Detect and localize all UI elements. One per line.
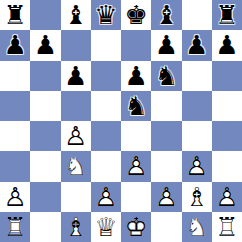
- square-g5[interactable]: [182, 91, 212, 121]
- square-c2[interactable]: [61, 182, 91, 212]
- square-d8[interactable]: ♛♛: [91, 0, 121, 30]
- square-b4[interactable]: [30, 121, 60, 151]
- square-d3[interactable]: [91, 151, 121, 181]
- piece-glyph: ♞: [124, 93, 147, 119]
- square-b6[interactable]: [30, 61, 60, 91]
- square-f8[interactable]: ♝♝: [151, 0, 181, 30]
- square-c3[interactable]: ♞♘: [61, 151, 91, 181]
- black-rook-h8[interactable]: ♜♜: [215, 2, 238, 28]
- white-queen-d1[interactable]: ♛♕: [94, 214, 117, 240]
- square-c6[interactable]: ♟♟: [61, 61, 91, 91]
- piece-glyph: ♛: [94, 2, 117, 28]
- square-e7[interactable]: [121, 30, 151, 60]
- square-c4[interactable]: ♟♙: [61, 121, 91, 151]
- black-pawn-e6[interactable]: ♟♟: [124, 63, 147, 89]
- square-a6[interactable]: [0, 61, 30, 91]
- piece-glyph: ♜: [215, 2, 238, 28]
- square-h5[interactable]: [212, 91, 242, 121]
- white-pawn-f2[interactable]: ♟♙: [155, 184, 178, 210]
- piece-glyph: ♙: [185, 153, 208, 179]
- square-h8[interactable]: ♜♜: [212, 0, 242, 30]
- square-g6[interactable]: [182, 61, 212, 91]
- piece-glyph: ♙: [215, 184, 238, 210]
- square-h4[interactable]: [212, 121, 242, 151]
- square-d7[interactable]: [91, 30, 121, 60]
- piece-glyph: ♝: [64, 2, 87, 28]
- black-knight-f6[interactable]: ♞♞: [155, 63, 178, 89]
- white-bishop-g2[interactable]: ♝♗: [185, 184, 208, 210]
- square-g2[interactable]: ♝♗: [182, 182, 212, 212]
- piece-glyph: ♜: [3, 2, 26, 28]
- square-d2[interactable]: ♟♙: [91, 182, 121, 212]
- square-e8[interactable]: ♚♚: [121, 0, 151, 30]
- white-knight-c3[interactable]: ♞♘: [64, 153, 87, 179]
- piece-glyph: ♙: [64, 123, 87, 149]
- square-d4[interactable]: [91, 121, 121, 151]
- black-king-e8[interactable]: ♚♚: [124, 2, 147, 28]
- square-g7[interactable]: ♟♟: [182, 30, 212, 60]
- square-f7[interactable]: ♟♟: [151, 30, 181, 60]
- white-pawn-g3[interactable]: ♟♙: [185, 153, 208, 179]
- square-h1[interactable]: ♜♖: [212, 212, 242, 242]
- square-h7[interactable]: ♟♟: [212, 30, 242, 60]
- white-rook-a1[interactable]: ♜♖: [3, 214, 26, 240]
- square-h3[interactable]: [212, 151, 242, 181]
- square-a1[interactable]: ♜♖: [0, 212, 30, 242]
- piece-glyph: ♙: [94, 184, 117, 210]
- piece-glyph: ♟: [3, 32, 26, 58]
- white-bishop-c1[interactable]: ♝♗: [64, 214, 87, 240]
- square-a7[interactable]: ♟♟: [0, 30, 30, 60]
- square-f4[interactable]: [151, 121, 181, 151]
- black-pawn-a7[interactable]: ♟♟: [3, 32, 26, 58]
- square-a5[interactable]: [0, 91, 30, 121]
- black-pawn-h7[interactable]: ♟♟: [215, 32, 238, 58]
- square-b1[interactable]: [30, 212, 60, 242]
- piece-glyph: ♙: [3, 184, 26, 210]
- square-a8[interactable]: ♜♜: [0, 0, 30, 30]
- square-g3[interactable]: ♟♙: [182, 151, 212, 181]
- piece-glyph: ♗: [64, 214, 87, 240]
- piece-glyph: ♕: [94, 214, 117, 240]
- piece-glyph: ♘: [185, 214, 208, 240]
- white-rook-h1[interactable]: ♜♖: [215, 214, 238, 240]
- piece-glyph: ♘: [64, 153, 87, 179]
- piece-glyph: ♟: [155, 32, 178, 58]
- square-f6[interactable]: ♞♞: [151, 61, 181, 91]
- square-d5[interactable]: [91, 91, 121, 121]
- piece-glyph: ♞: [155, 63, 178, 89]
- square-d1[interactable]: ♛♕: [91, 212, 121, 242]
- black-pawn-c6[interactable]: ♟♟: [64, 63, 87, 89]
- square-b3[interactable]: [30, 151, 60, 181]
- square-f5[interactable]: [151, 91, 181, 121]
- square-b5[interactable]: [30, 91, 60, 121]
- square-a2[interactable]: ♟♙: [0, 182, 30, 212]
- square-e6[interactable]: ♟♟: [121, 61, 151, 91]
- black-pawn-g7[interactable]: ♟♟: [185, 32, 208, 58]
- square-e4[interactable]: [121, 121, 151, 151]
- white-pawn-d2[interactable]: ♟♙: [94, 184, 117, 210]
- square-e5[interactable]: ♞♞: [121, 91, 151, 121]
- piece-glyph: ♟: [185, 32, 208, 58]
- square-f1[interactable]: [151, 212, 181, 242]
- white-pawn-e3[interactable]: ♟♙: [124, 153, 147, 179]
- black-pawn-f7[interactable]: ♟♟: [155, 32, 178, 58]
- piece-glyph: ♖: [3, 214, 26, 240]
- square-a4[interactable]: [0, 121, 30, 151]
- square-g1[interactable]: ♞♘: [182, 212, 212, 242]
- black-bishop-f8[interactable]: ♝♝: [155, 2, 178, 28]
- piece-glyph: ♔: [124, 214, 147, 240]
- piece-glyph: ♙: [124, 153, 147, 179]
- square-g8[interactable]: [182, 0, 212, 30]
- square-b7[interactable]: ♟♟: [30, 30, 60, 60]
- square-h2[interactable]: ♟♙: [212, 182, 242, 212]
- square-d6[interactable]: [91, 61, 121, 91]
- square-c1[interactable]: ♝♗: [61, 212, 91, 242]
- black-pawn-b7[interactable]: ♟♟: [34, 32, 57, 58]
- square-a3[interactable]: [0, 151, 30, 181]
- piece-glyph: ♟: [64, 63, 87, 89]
- piece-glyph: ♝: [155, 2, 178, 28]
- square-c8[interactable]: ♝♝: [61, 0, 91, 30]
- square-e3[interactable]: ♟♙: [121, 151, 151, 181]
- square-c5[interactable]: [61, 91, 91, 121]
- white-pawn-h2[interactable]: ♟♙: [215, 184, 238, 210]
- square-e1[interactable]: ♚♔: [121, 212, 151, 242]
- piece-glyph: ♖: [215, 214, 238, 240]
- black-rook-a8[interactable]: ♜♜: [3, 2, 26, 28]
- white-knight-g1[interactable]: ♞♘: [185, 214, 208, 240]
- black-queen-d8[interactable]: ♛♛: [94, 2, 117, 28]
- white-pawn-c4[interactable]: ♟♙: [64, 123, 87, 149]
- square-b8[interactable]: [30, 0, 60, 30]
- piece-glyph: ♟: [215, 32, 238, 58]
- square-f2[interactable]: ♟♙: [151, 182, 181, 212]
- square-g4[interactable]: [182, 121, 212, 151]
- black-knight-e5[interactable]: ♞♞: [124, 93, 147, 119]
- square-f3[interactable]: [151, 151, 181, 181]
- piece-glyph: ♟: [34, 32, 57, 58]
- square-e2[interactable]: [121, 182, 151, 212]
- piece-glyph: ♚: [124, 2, 147, 28]
- square-b2[interactable]: [30, 182, 60, 212]
- chess-board-window: ♜♜♝♝♛♛♚♚♝♝♜♜♟♟♟♟♟♟♟♟♟♟♟♟♟♟♞♞♞♞♟♙♞♘♟♙♟♙♟♙…: [0, 0, 242, 242]
- piece-glyph: ♟: [124, 63, 147, 89]
- white-king-e1[interactable]: ♚♔: [124, 214, 147, 240]
- black-bishop-c8[interactable]: ♝♝: [64, 2, 87, 28]
- piece-glyph: ♗: [185, 184, 208, 210]
- white-pawn-a2[interactable]: ♟♙: [3, 184, 26, 210]
- square-h6[interactable]: [212, 61, 242, 91]
- square-c7[interactable]: [61, 30, 91, 60]
- piece-glyph: ♙: [155, 184, 178, 210]
- chess-board: ♜♜♝♝♛♛♚♚♝♝♜♜♟♟♟♟♟♟♟♟♟♟♟♟♟♟♞♞♞♞♟♙♞♘♟♙♟♙♟♙…: [0, 0, 242, 242]
